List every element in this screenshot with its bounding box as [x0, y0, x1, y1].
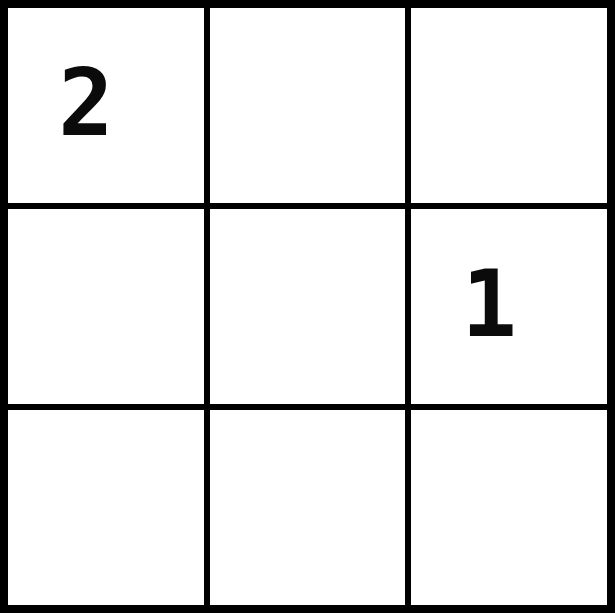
- puzzle-grid-3x3: 2 1: [0, 0, 615, 613]
- cell-r3c1[interactable]: [8, 410, 204, 605]
- cell-value: 1: [461, 259, 516, 351]
- cell-r1c1[interactable]: 2: [8, 8, 204, 203]
- cell-r3c2[interactable]: [210, 410, 406, 605]
- cell-value: 2: [58, 58, 113, 150]
- cell-r2c3[interactable]: 1: [411, 209, 607, 404]
- cell-r3c3[interactable]: [411, 410, 607, 605]
- cell-r2c1[interactable]: [8, 209, 204, 404]
- cell-r2c2[interactable]: [210, 209, 406, 404]
- cell-r1c3[interactable]: [411, 8, 607, 203]
- cell-r1c2[interactable]: [210, 8, 406, 203]
- puzzle-page: 2 1: [0, 0, 615, 613]
